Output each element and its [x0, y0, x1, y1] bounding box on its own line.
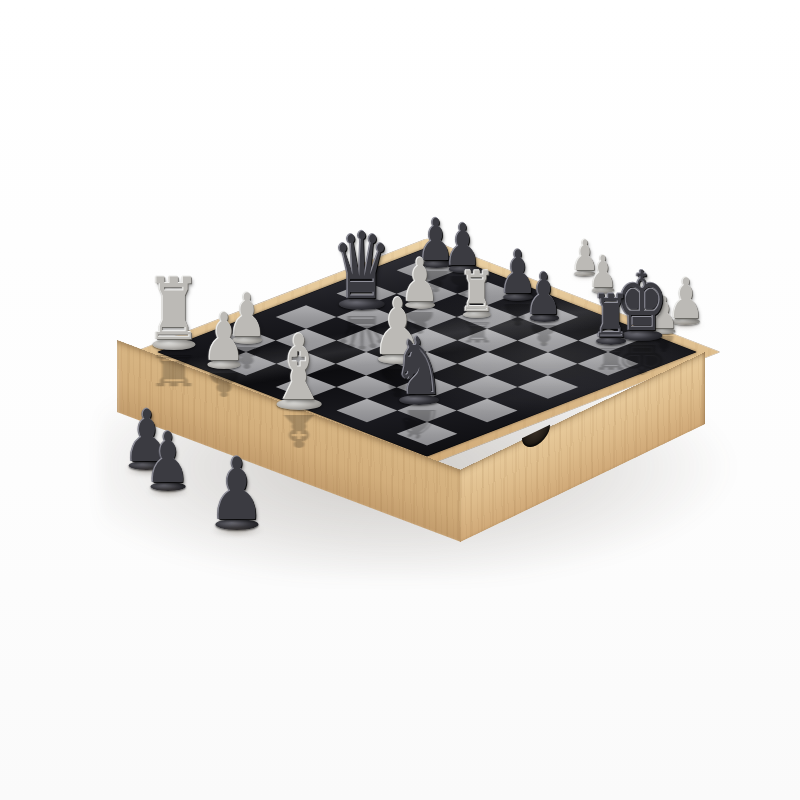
knight-glyph: ♞ [393, 336, 445, 398]
piece-glass-reflection: ♜ [592, 347, 631, 370]
piece-glass-reflection: ♟ [525, 324, 562, 347]
bishop-glyph: ♝ [270, 333, 328, 403]
rook-glyph: ♜ [592, 293, 631, 340]
pawn-glyph: ♟ [145, 431, 190, 486]
pawn-glyph: ♟ [525, 272, 562, 317]
pawn-glyph: ♟ [209, 456, 265, 523]
piece-table-shadow [210, 524, 263, 537]
piece-glass-reflection: ♜ [459, 320, 495, 342]
piece-glass-reflection: ♟ [203, 371, 246, 397]
pawn-glyph: ♟ [203, 312, 246, 363]
piece-glass-reflection: ♝ [270, 413, 328, 448]
scene: ♜♜♟♟♟♟♝♝♟♟♟♟♜♜♟♟♟♟♟♟♟♟♟♟♜♜♚♚♛♛♞♞♟♟♟♟♟♟ [0, 0, 800, 800]
rook-glyph: ♜ [459, 270, 495, 314]
piece-glass-reflection: ♞ [393, 407, 445, 438]
piece-table-shadow [146, 486, 189, 497]
